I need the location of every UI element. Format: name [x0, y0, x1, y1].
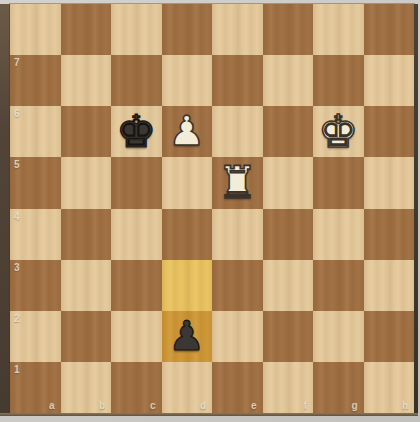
- square-a2[interactable]: 2: [10, 311, 61, 362]
- square-g6[interactable]: ♚: [313, 106, 364, 157]
- square-b7[interactable]: [61, 55, 112, 106]
- rank-label-6: 6: [14, 109, 20, 119]
- square-a8[interactable]: [10, 4, 61, 55]
- square-f7[interactable]: [263, 55, 314, 106]
- square-g1[interactable]: g: [313, 362, 364, 413]
- square-f5[interactable]: [263, 157, 314, 208]
- square-e2[interactable]: [212, 311, 263, 362]
- square-c4[interactable]: [111, 209, 162, 260]
- square-e3[interactable]: [212, 260, 263, 311]
- square-h3[interactable]: [364, 260, 415, 311]
- square-h4[interactable]: [364, 209, 415, 260]
- square-c3[interactable]: [111, 260, 162, 311]
- square-e8[interactable]: [212, 4, 263, 55]
- file-label-e: e: [251, 401, 257, 411]
- square-d6[interactable]: ♟: [162, 106, 213, 157]
- square-b5[interactable]: [61, 157, 112, 208]
- square-g5[interactable]: [313, 157, 364, 208]
- square-d7[interactable]: [162, 55, 213, 106]
- file-label-g: g: [351, 401, 357, 411]
- square-d4[interactable]: [162, 209, 213, 260]
- square-b8[interactable]: [61, 4, 112, 55]
- square-a1[interactable]: 1a: [10, 362, 61, 413]
- square-f2[interactable]: [263, 311, 314, 362]
- square-a7[interactable]: 7: [10, 55, 61, 106]
- square-b6[interactable]: [61, 106, 112, 157]
- rank-label-2: 2: [14, 314, 20, 324]
- square-e1[interactable]: e: [212, 362, 263, 413]
- square-h1[interactable]: h: [364, 362, 415, 413]
- square-b2[interactable]: [61, 311, 112, 362]
- file-label-b: b: [99, 401, 105, 411]
- square-g7[interactable]: [313, 55, 364, 106]
- rank-label-4: 4: [14, 212, 20, 222]
- board: 76♚♟♚5♜432♟1abcdefgh: [10, 4, 414, 413]
- square-e5[interactable]: ♜: [212, 157, 263, 208]
- square-c8[interactable]: [111, 4, 162, 55]
- square-b4[interactable]: [61, 209, 112, 260]
- square-f8[interactable]: [263, 4, 314, 55]
- page-background: 76♚♟♚5♜432♟1abcdefgh: [0, 0, 420, 422]
- square-b1[interactable]: b: [61, 362, 112, 413]
- square-e7[interactable]: [212, 55, 263, 106]
- square-h7[interactable]: [364, 55, 415, 106]
- square-f3[interactable]: [263, 260, 314, 311]
- square-h2[interactable]: [364, 311, 415, 362]
- board-edge-right: [414, 4, 418, 415]
- square-f4[interactable]: [263, 209, 314, 260]
- square-g3[interactable]: [313, 260, 364, 311]
- square-g4[interactable]: [313, 209, 364, 260]
- square-h6[interactable]: [364, 106, 415, 157]
- square-h5[interactable]: [364, 157, 415, 208]
- square-c1[interactable]: c: [111, 362, 162, 413]
- square-c2[interactable]: [111, 311, 162, 362]
- square-d5[interactable]: [162, 157, 213, 208]
- square-a5[interactable]: 5: [10, 157, 61, 208]
- square-a6[interactable]: 6: [10, 106, 61, 157]
- white-king[interactable]: ♚: [313, 106, 364, 157]
- square-c7[interactable]: [111, 55, 162, 106]
- black-king[interactable]: ♚: [111, 106, 162, 157]
- square-e6[interactable]: [212, 106, 263, 157]
- file-label-a: a: [49, 401, 55, 411]
- square-c5[interactable]: [111, 157, 162, 208]
- board-edge-bottom: [0, 413, 418, 416]
- square-f1[interactable]: f: [263, 362, 314, 413]
- white-pawn[interactable]: ♟: [162, 106, 213, 157]
- rank-label-1: 1: [14, 365, 20, 375]
- square-e4[interactable]: [212, 209, 263, 260]
- square-c6[interactable]: ♚: [111, 106, 162, 157]
- file-label-h: h: [402, 401, 408, 411]
- square-d1[interactable]: d: [162, 362, 213, 413]
- black-pawn[interactable]: ♟: [162, 311, 213, 362]
- square-b3[interactable]: [61, 260, 112, 311]
- square-g8[interactable]: [313, 4, 364, 55]
- square-d2[interactable]: ♟: [162, 311, 213, 362]
- square-a4[interactable]: 4: [10, 209, 61, 260]
- board-edge-left: [0, 4, 10, 415]
- square-f6[interactable]: [263, 106, 314, 157]
- square-a3[interactable]: 3: [10, 260, 61, 311]
- square-h8[interactable]: [364, 4, 415, 55]
- rank-label-5: 5: [14, 160, 20, 170]
- rank-label-3: 3: [14, 263, 20, 273]
- square-d8[interactable]: [162, 4, 213, 55]
- file-label-d: d: [200, 401, 206, 411]
- file-label-c: c: [150, 401, 156, 411]
- square-d3[interactable]: [162, 260, 213, 311]
- square-g2[interactable]: [313, 311, 364, 362]
- white-rook[interactable]: ♜: [212, 157, 263, 208]
- file-label-f: f: [304, 401, 307, 411]
- rank-label-7: 7: [14, 58, 20, 68]
